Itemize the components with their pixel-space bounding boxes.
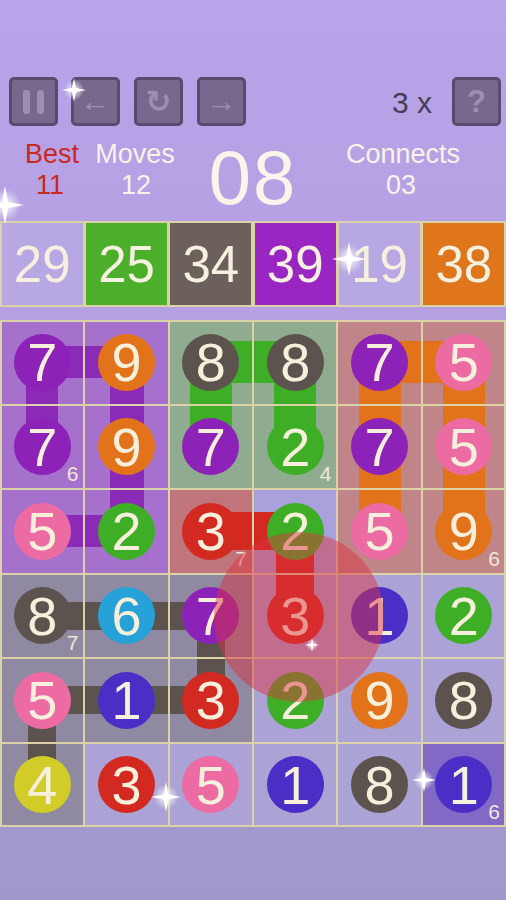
board-frame xyxy=(0,320,506,322)
circle-number: 7 xyxy=(364,335,394,389)
circle-number: 9 xyxy=(111,420,141,474)
pause-icon xyxy=(23,90,44,114)
circle-r1c2-orange-9[interactable]: 9 xyxy=(98,334,155,391)
game-screen: ← ↻ → 3 x ? Best 11 Moves 12 08 Connects… xyxy=(0,0,506,900)
circle-number: 8 xyxy=(364,758,394,812)
cell-subscript-r4c1: 7 xyxy=(67,631,79,655)
sparkle-icon xyxy=(62,78,86,102)
circle-r2c4-green-2[interactable]: 2 xyxy=(267,418,324,475)
circle-number: 7 xyxy=(27,420,57,474)
target-sum-25: 25 xyxy=(86,223,167,305)
circle-number: 3 xyxy=(196,504,226,558)
target-sum-value: 25 xyxy=(98,235,155,294)
circle-r5c5-orange-9[interactable]: 9 xyxy=(351,672,408,729)
circle-r3c2-green-2[interactable]: 2 xyxy=(98,503,155,560)
circle-r1c3-darkgray-8[interactable]: 8 xyxy=(182,334,239,391)
circle-r1c5-purple-7[interactable]: 7 xyxy=(351,334,408,391)
hint-help-button[interactable]: ? xyxy=(452,77,501,126)
connects-value: 03 xyxy=(386,170,416,201)
circle-number: 8 xyxy=(27,589,57,643)
circle-number: 7 xyxy=(196,420,226,474)
circle-r6c5-darkgray-8[interactable]: 8 xyxy=(351,756,408,813)
target-sum-value: 39 xyxy=(267,235,324,294)
circle-r5c2-indigo-1[interactable]: 1 xyxy=(98,672,155,729)
right-arrow-icon: → xyxy=(206,86,237,117)
sparkle-icon xyxy=(412,768,436,792)
sparkle-icon xyxy=(305,638,319,652)
circle-number: 3 xyxy=(111,758,141,812)
circle-number: 9 xyxy=(364,673,394,727)
grid-line-vertical xyxy=(421,320,423,827)
circle-number: 1 xyxy=(449,758,479,812)
circle-number: 5 xyxy=(449,420,479,474)
target-sum-29: 29 xyxy=(2,223,83,305)
circle-r1c1-purple-7[interactable]: 7 xyxy=(14,334,71,391)
circle-r5c6-darkgray-8[interactable]: 8 xyxy=(435,672,492,729)
refresh-icon: ↻ xyxy=(146,86,172,117)
circle-number: 4 xyxy=(27,758,57,812)
circle-number: 1 xyxy=(280,758,310,812)
touch-indicator-disc xyxy=(214,532,384,702)
circle-number: 2 xyxy=(449,589,479,643)
circle-number: 5 xyxy=(27,673,57,727)
circle-r5c1-pink-5[interactable]: 5 xyxy=(14,672,71,729)
puzzle-board[interactable]: 7988757697247552372596876731251329843518… xyxy=(0,320,506,827)
target-sum-value: 34 xyxy=(182,235,239,294)
circle-number: 7 xyxy=(27,335,57,389)
sparkle-icon xyxy=(151,782,181,812)
circle-number: 9 xyxy=(449,504,479,558)
sparkle-icon xyxy=(332,242,366,276)
target-sums-row: 292534391938 xyxy=(0,221,506,307)
target-sum-38: 38 xyxy=(423,223,504,305)
circle-number: 8 xyxy=(449,673,479,727)
target-sum-value: 38 xyxy=(435,235,492,294)
circle-r4c2-cyan-6[interactable]: 6 xyxy=(98,587,155,644)
circle-r6c2-red-3[interactable]: 3 xyxy=(98,756,155,813)
circle-number: 6 xyxy=(111,589,141,643)
circle-number: 2 xyxy=(111,504,141,558)
circle-number: 2 xyxy=(280,420,310,474)
circle-number: 5 xyxy=(364,504,394,558)
best-value: 11 xyxy=(36,170,64,201)
circle-number: 1 xyxy=(111,673,141,727)
circle-number: 5 xyxy=(27,504,57,558)
circle-r2c2-orange-9[interactable]: 9 xyxy=(98,418,155,475)
question-mark-icon: ? xyxy=(467,86,486,117)
hints-remaining: 3 x xyxy=(392,86,432,120)
circle-r1c4-darkgray-8[interactable]: 8 xyxy=(267,334,324,391)
cell-subscript-r3c6: 6 xyxy=(488,547,500,571)
sparkle-icon xyxy=(0,186,24,224)
circle-number: 5 xyxy=(196,758,226,812)
redo-forward-button[interactable]: → xyxy=(197,77,246,126)
target-sum-34: 34 xyxy=(170,223,251,305)
connects-label: Connects xyxy=(346,139,460,170)
circle-r4c1-darkgray-8[interactable]: 8 xyxy=(14,587,71,644)
pause-button[interactable] xyxy=(9,77,58,126)
circle-r3c3-red-3[interactable]: 3 xyxy=(182,503,239,560)
target-sum-value: 29 xyxy=(14,235,71,294)
cell-subscript-r6c6: 6 xyxy=(488,800,500,824)
circle-r5c3-red-3[interactable]: 3 xyxy=(182,672,239,729)
grid-line-horizontal xyxy=(0,742,506,744)
circle-r6c4-indigo-1[interactable]: 1 xyxy=(267,756,324,813)
circle-r3c6-orange-9[interactable]: 9 xyxy=(435,503,492,560)
moves-value: 12 xyxy=(121,170,151,201)
circle-number: 8 xyxy=(196,335,226,389)
circle-r1c6-pink-5[interactable]: 5 xyxy=(435,334,492,391)
restart-button[interactable]: ↻ xyxy=(134,77,183,126)
circle-number: 8 xyxy=(280,335,310,389)
circle-r2c5-purple-7[interactable]: 7 xyxy=(351,418,408,475)
moves-label: Moves xyxy=(95,139,175,170)
circle-r3c5-pink-5[interactable]: 5 xyxy=(351,503,408,560)
circle-number: 3 xyxy=(196,673,226,727)
circle-r2c1-purple-7[interactable]: 7 xyxy=(14,418,71,475)
circle-r3c1-pink-5[interactable]: 5 xyxy=(14,503,71,560)
board-frame xyxy=(0,320,2,827)
circle-r6c1-yellow-4[interactable]: 4 xyxy=(14,756,71,813)
circle-number: 5 xyxy=(449,335,479,389)
current-sum: 08 xyxy=(209,134,298,221)
best-label: Best xyxy=(25,139,79,170)
circle-number: 9 xyxy=(111,335,141,389)
cell-subscript-r2c1: 6 xyxy=(67,462,79,486)
target-sum-39: 39 xyxy=(255,223,336,305)
board-frame xyxy=(0,825,506,827)
cell-subscript-r2c4: 4 xyxy=(320,462,332,486)
circle-number: 7 xyxy=(364,420,394,474)
